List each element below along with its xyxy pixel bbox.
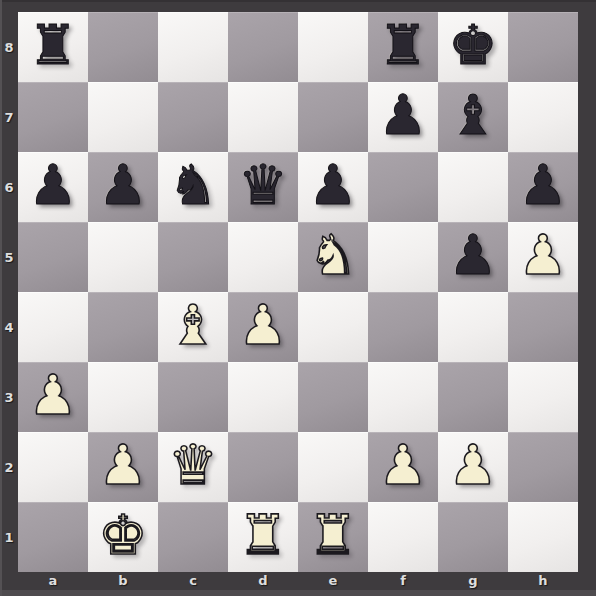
- square-h5[interactable]: ♟: [508, 222, 578, 292]
- square-c4[interactable]: ♝: [158, 292, 228, 362]
- piece-white-pawn: ♟: [238, 298, 287, 353]
- file-label-e: e: [298, 571, 368, 590]
- square-c3[interactable]: [158, 362, 228, 432]
- square-h7[interactable]: [508, 82, 578, 152]
- square-d8[interactable]: [228, 12, 298, 82]
- piece-black-pawn: ♟: [448, 228, 497, 283]
- file-labels: abcdefgh: [18, 571, 578, 590]
- square-b2[interactable]: ♟: [88, 432, 158, 502]
- piece-white-bishop: ♝: [168, 298, 217, 353]
- chess-board: ♜♜♚♟♝♟♟♞♛♟♟♞♟♟♝♟♟♟♛♟♟♚♜♜: [18, 12, 578, 572]
- rank-label-4: 4: [0, 292, 18, 362]
- file-label-f: f: [368, 571, 438, 590]
- square-f3[interactable]: [368, 362, 438, 432]
- file-label-b: b: [88, 571, 158, 590]
- file-label-d: d: [228, 571, 298, 590]
- square-a1[interactable]: [18, 502, 88, 572]
- square-g3[interactable]: [438, 362, 508, 432]
- square-e6[interactable]: ♟: [298, 152, 368, 222]
- square-b8[interactable]: [88, 12, 158, 82]
- file-label-g: g: [438, 571, 508, 590]
- square-e2[interactable]: [298, 432, 368, 502]
- square-b3[interactable]: [88, 362, 158, 432]
- rank-label-2: 2: [0, 432, 18, 502]
- square-f8[interactable]: ♜: [368, 12, 438, 82]
- square-h4[interactable]: [508, 292, 578, 362]
- rank-label-5: 5: [0, 222, 18, 292]
- rank-labels: 87654321: [0, 12, 18, 572]
- square-d3[interactable]: [228, 362, 298, 432]
- square-g2[interactable]: ♟: [438, 432, 508, 502]
- piece-white-pawn: ♟: [378, 438, 427, 493]
- rank-label-8: 8: [0, 12, 18, 82]
- square-e3[interactable]: [298, 362, 368, 432]
- square-d6[interactable]: ♛: [228, 152, 298, 222]
- rank-label-6: 6: [0, 152, 18, 222]
- piece-white-queen: ♛: [168, 438, 217, 493]
- square-a3[interactable]: ♟: [18, 362, 88, 432]
- square-e1[interactable]: ♜: [298, 502, 368, 572]
- square-h3[interactable]: [508, 362, 578, 432]
- square-g8[interactable]: ♚: [438, 12, 508, 82]
- square-b7[interactable]: [88, 82, 158, 152]
- square-c5[interactable]: [158, 222, 228, 292]
- piece-black-bishop: ♝: [448, 88, 497, 143]
- square-h1[interactable]: [508, 502, 578, 572]
- square-f1[interactable]: [368, 502, 438, 572]
- square-e5[interactable]: ♞: [298, 222, 368, 292]
- square-h8[interactable]: [508, 12, 578, 82]
- piece-white-king: ♚: [98, 508, 147, 563]
- square-g6[interactable]: [438, 152, 508, 222]
- square-a5[interactable]: [18, 222, 88, 292]
- piece-white-rook: ♜: [308, 508, 357, 563]
- square-e8[interactable]: [298, 12, 368, 82]
- piece-black-king: ♚: [448, 18, 497, 73]
- piece-white-pawn: ♟: [98, 438, 147, 493]
- square-d2[interactable]: [228, 432, 298, 502]
- piece-white-pawn: ♟: [28, 368, 77, 423]
- square-h2[interactable]: [508, 432, 578, 502]
- square-c1[interactable]: [158, 502, 228, 572]
- square-a2[interactable]: [18, 432, 88, 502]
- piece-white-pawn: ♟: [518, 228, 567, 283]
- square-e7[interactable]: [298, 82, 368, 152]
- square-f6[interactable]: [368, 152, 438, 222]
- square-g7[interactable]: ♝: [438, 82, 508, 152]
- square-a7[interactable]: [18, 82, 88, 152]
- square-g4[interactable]: [438, 292, 508, 362]
- square-d5[interactable]: [228, 222, 298, 292]
- square-c6[interactable]: ♞: [158, 152, 228, 222]
- file-label-a: a: [18, 571, 88, 590]
- square-g1[interactable]: [438, 502, 508, 572]
- square-a8[interactable]: ♜: [18, 12, 88, 82]
- piece-black-queen: ♛: [238, 158, 287, 213]
- square-f5[interactable]: [368, 222, 438, 292]
- square-f7[interactable]: ♟: [368, 82, 438, 152]
- square-d4[interactable]: ♟: [228, 292, 298, 362]
- square-f4[interactable]: [368, 292, 438, 362]
- piece-black-pawn: ♟: [308, 158, 357, 213]
- piece-white-rook: ♜: [238, 508, 287, 563]
- square-b6[interactable]: ♟: [88, 152, 158, 222]
- square-a6[interactable]: ♟: [18, 152, 88, 222]
- square-c2[interactable]: ♛: [158, 432, 228, 502]
- piece-white-knight: ♞: [308, 228, 357, 283]
- file-label-c: c: [158, 571, 228, 590]
- square-b4[interactable]: [88, 292, 158, 362]
- piece-black-pawn: ♟: [98, 158, 147, 213]
- square-b5[interactable]: [88, 222, 158, 292]
- piece-black-knight: ♞: [168, 158, 217, 213]
- rank-label-3: 3: [0, 362, 18, 432]
- square-c7[interactable]: [158, 82, 228, 152]
- piece-white-pawn: ♟: [448, 438, 497, 493]
- square-c8[interactable]: [158, 12, 228, 82]
- rank-label-1: 1: [0, 502, 18, 572]
- square-b1[interactable]: ♚: [88, 502, 158, 572]
- square-d7[interactable]: [228, 82, 298, 152]
- square-e4[interactable]: [298, 292, 368, 362]
- file-label-h: h: [508, 571, 578, 590]
- piece-black-pawn: ♟: [378, 88, 427, 143]
- square-f2[interactable]: ♟: [368, 432, 438, 502]
- square-d1[interactable]: ♜: [228, 502, 298, 572]
- square-a4[interactable]: [18, 292, 88, 362]
- piece-black-pawn: ♟: [28, 158, 77, 213]
- board-frame: 87654321 ♜♜♚♟♝♟♟♞♛♟♟♞♟♟♝♟♟♟♛♟♟♚♜♜ abcdef…: [0, 0, 596, 596]
- square-h6[interactable]: ♟: [508, 152, 578, 222]
- square-g5[interactable]: ♟: [438, 222, 508, 292]
- piece-black-pawn: ♟: [518, 158, 567, 213]
- piece-black-rook: ♜: [28, 18, 77, 73]
- piece-black-rook: ♜: [378, 18, 427, 73]
- rank-label-7: 7: [0, 82, 18, 152]
